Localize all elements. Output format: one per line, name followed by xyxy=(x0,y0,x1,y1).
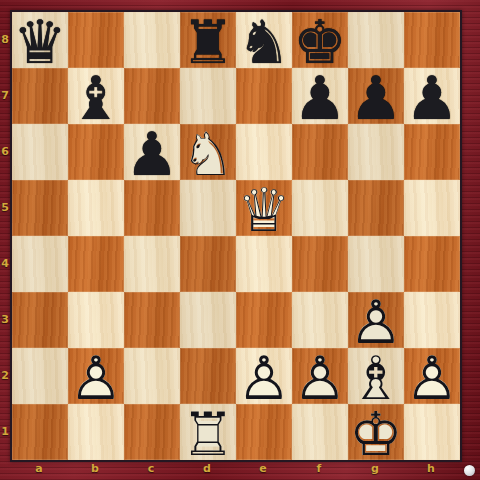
file-label-f: f xyxy=(291,461,347,476)
white-to-move-indicator xyxy=(464,465,475,476)
piece-black-knight[interactable]: ♞ xyxy=(236,12,292,68)
square-e3[interactable] xyxy=(236,292,292,348)
black-pawn-icon: ♟ xyxy=(348,70,404,126)
square-b5[interactable] xyxy=(68,180,124,236)
square-d6[interactable]: ♞♘ xyxy=(180,124,236,180)
square-a7[interactable] xyxy=(12,68,68,124)
chess-board-window: ♛♜♞♚♝♟♟♟♟♞♘♛♕♟♙♟♙♟♙♟♙♝♗♟♙♜♖♚♔ 87654321 a… xyxy=(0,0,480,480)
black-knight-icon: ♞ xyxy=(236,14,292,70)
square-h4[interactable] xyxy=(404,236,460,292)
black-king-icon: ♚ xyxy=(292,14,348,70)
rank-label-7: 7 xyxy=(0,67,10,123)
square-h5[interactable] xyxy=(404,180,460,236)
square-f2[interactable]: ♟♙ xyxy=(292,348,348,404)
rank-label-8: 8 xyxy=(0,11,10,67)
piece-black-pawn[interactable]: ♟ xyxy=(404,68,460,124)
square-g6[interactable] xyxy=(348,124,404,180)
square-b8[interactable] xyxy=(68,12,124,68)
square-c2[interactable] xyxy=(124,348,180,404)
square-a8[interactable]: ♛ xyxy=(12,12,68,68)
square-e2[interactable]: ♟♙ xyxy=(236,348,292,404)
piece-white-queen[interactable]: ♛♕ xyxy=(236,180,292,236)
square-f5[interactable] xyxy=(292,180,348,236)
square-f7[interactable]: ♟ xyxy=(292,68,348,124)
square-c3[interactable] xyxy=(124,292,180,348)
file-label-h: h xyxy=(403,461,459,476)
white-queen-outline-icon: ♕ xyxy=(236,182,292,238)
file-label-g: g xyxy=(347,461,403,476)
white-bishop-outline-icon: ♗ xyxy=(348,350,404,406)
square-f1[interactable] xyxy=(292,404,348,460)
square-g2[interactable]: ♝♗ xyxy=(348,348,404,404)
square-h2[interactable]: ♟♙ xyxy=(404,348,460,404)
rank-label-2: 2 xyxy=(0,347,10,403)
square-h8[interactable] xyxy=(404,12,460,68)
square-e7[interactable] xyxy=(236,68,292,124)
square-e8[interactable]: ♞ xyxy=(236,12,292,68)
black-bishop-icon: ♝ xyxy=(68,70,124,126)
white-pawn-outline-icon: ♙ xyxy=(348,294,404,350)
square-f8[interactable]: ♚ xyxy=(292,12,348,68)
square-d4[interactable] xyxy=(180,236,236,292)
square-b6[interactable] xyxy=(68,124,124,180)
white-pawn-outline-icon: ♙ xyxy=(236,350,292,406)
piece-white-pawn[interactable]: ♟♙ xyxy=(404,348,460,404)
square-g1[interactable]: ♚♔ xyxy=(348,404,404,460)
square-a5[interactable] xyxy=(12,180,68,236)
square-h1[interactable] xyxy=(404,404,460,460)
piece-white-bishop[interactable]: ♝♗ xyxy=(348,348,404,404)
square-b1[interactable] xyxy=(68,404,124,460)
square-b7[interactable]: ♝ xyxy=(68,68,124,124)
square-f4[interactable] xyxy=(292,236,348,292)
square-e6[interactable] xyxy=(236,124,292,180)
square-e1[interactable] xyxy=(236,404,292,460)
square-a1[interactable] xyxy=(12,404,68,460)
file-label-d: d xyxy=(179,461,235,476)
piece-white-pawn[interactable]: ♟♙ xyxy=(68,348,124,404)
black-pawn-icon: ♟ xyxy=(124,126,180,182)
rank-label-4: 4 xyxy=(0,235,10,291)
square-g5[interactable] xyxy=(348,180,404,236)
square-h7[interactable]: ♟ xyxy=(404,68,460,124)
white-king-outline-icon: ♔ xyxy=(348,406,404,462)
white-knight-outline-icon: ♘ xyxy=(180,126,236,182)
square-f3[interactable] xyxy=(292,292,348,348)
piece-black-queen[interactable]: ♛ xyxy=(12,12,68,68)
square-c4[interactable] xyxy=(124,236,180,292)
piece-black-pawn[interactable]: ♟ xyxy=(124,124,180,180)
square-c5[interactable] xyxy=(124,180,180,236)
square-c6[interactable]: ♟ xyxy=(124,124,180,180)
square-b3[interactable] xyxy=(68,292,124,348)
piece-white-king[interactable]: ♚♔ xyxy=(348,404,404,460)
piece-black-pawn[interactable]: ♟ xyxy=(348,68,404,124)
file-label-b: b xyxy=(67,461,123,476)
piece-white-pawn[interactable]: ♟♙ xyxy=(292,348,348,404)
square-h6[interactable] xyxy=(404,124,460,180)
black-pawn-icon: ♟ xyxy=(404,70,460,126)
file-label-a: a xyxy=(11,461,67,476)
piece-white-pawn[interactable]: ♟♙ xyxy=(236,348,292,404)
black-pawn-icon: ♟ xyxy=(292,70,348,126)
file-label-e: e xyxy=(235,461,291,476)
square-d7[interactable] xyxy=(180,68,236,124)
white-pawn-outline-icon: ♙ xyxy=(292,350,348,406)
rank-label-1: 1 xyxy=(0,403,10,459)
rank-label-6: 6 xyxy=(0,123,10,179)
square-d3[interactable] xyxy=(180,292,236,348)
square-d2[interactable] xyxy=(180,348,236,404)
piece-black-pawn[interactable]: ♟ xyxy=(292,68,348,124)
square-h3[interactable] xyxy=(404,292,460,348)
piece-white-knight[interactable]: ♞♘ xyxy=(180,124,236,180)
square-c7[interactable] xyxy=(124,68,180,124)
square-g3[interactable]: ♟♙ xyxy=(348,292,404,348)
file-label-c: c xyxy=(123,461,179,476)
square-b4[interactable] xyxy=(68,236,124,292)
white-rook-outline-icon: ♖ xyxy=(180,406,236,462)
white-pawn-outline-icon: ♙ xyxy=(404,350,460,406)
black-queen-icon: ♛ xyxy=(12,14,68,70)
piece-black-rook[interactable]: ♜ xyxy=(180,12,236,68)
square-a3[interactable] xyxy=(12,292,68,348)
chess-board: ♛♜♞♚♝♟♟♟♟♞♘♛♕♟♙♟♙♟♙♟♙♝♗♟♙♜♖♚♔ xyxy=(10,10,462,462)
square-a4[interactable] xyxy=(12,236,68,292)
square-g7[interactable]: ♟ xyxy=(348,68,404,124)
rank-label-3: 3 xyxy=(0,291,10,347)
square-d1[interactable]: ♜♖ xyxy=(180,404,236,460)
square-a6[interactable] xyxy=(12,124,68,180)
piece-black-king[interactable]: ♚ xyxy=(292,12,348,68)
piece-white-pawn[interactable]: ♟♙ xyxy=(348,292,404,348)
square-g4[interactable] xyxy=(348,236,404,292)
white-pawn-outline-icon: ♙ xyxy=(68,350,124,406)
piece-white-rook[interactable]: ♜♖ xyxy=(180,404,236,460)
square-c1[interactable] xyxy=(124,404,180,460)
square-c8[interactable] xyxy=(124,12,180,68)
piece-black-bishop[interactable]: ♝ xyxy=(68,68,124,124)
square-d5[interactable] xyxy=(180,180,236,236)
square-a2[interactable] xyxy=(12,348,68,404)
square-e4[interactable] xyxy=(236,236,292,292)
square-g8[interactable] xyxy=(348,12,404,68)
square-d8[interactable]: ♜ xyxy=(180,12,236,68)
black-rook-icon: ♜ xyxy=(180,14,236,70)
square-e5[interactable]: ♛♕ xyxy=(236,180,292,236)
rank-label-5: 5 xyxy=(0,179,10,235)
square-f6[interactable] xyxy=(292,124,348,180)
square-b2[interactable]: ♟♙ xyxy=(68,348,124,404)
